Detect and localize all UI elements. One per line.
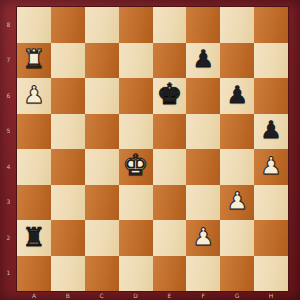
rank-label: 7 <box>0 43 17 79</box>
square-a7[interactable]: ♜ <box>17 43 51 79</box>
square-c1[interactable] <box>85 256 119 292</box>
square-d4[interactable]: ♚ <box>119 149 153 185</box>
square-a6[interactable]: ♟ <box>17 78 51 114</box>
square-b6[interactable] <box>51 78 85 114</box>
chess-board-frame: 87654321 ♜♟♟♚♟♟♚♟♟♜♟ ABCDEFGH <box>0 0 300 300</box>
square-h2[interactable] <box>254 220 288 256</box>
square-b2[interactable] <box>51 220 85 256</box>
square-f7[interactable]: ♟ <box>186 43 220 79</box>
piece-black-pawn[interactable]: ♟ <box>260 118 282 142</box>
square-f4[interactable] <box>186 149 220 185</box>
rank-labels: 87654321 <box>0 7 17 291</box>
square-f2[interactable]: ♟ <box>186 220 220 256</box>
file-label: E <box>153 291 187 300</box>
file-label: A <box>17 291 51 300</box>
square-e6[interactable]: ♚ <box>153 78 187 114</box>
square-h3[interactable] <box>254 185 288 221</box>
square-g5[interactable] <box>220 114 254 150</box>
square-d3[interactable] <box>119 185 153 221</box>
rank-label: 5 <box>0 114 17 150</box>
square-b5[interactable] <box>51 114 85 150</box>
piece-white-pawn[interactable]: ♟ <box>23 83 45 107</box>
square-c5[interactable] <box>85 114 119 150</box>
piece-black-pawn[interactable]: ♟ <box>193 47 215 71</box>
rank-label: 3 <box>0 185 17 221</box>
file-label: B <box>51 291 85 300</box>
square-g8[interactable] <box>220 7 254 43</box>
square-g4[interactable] <box>220 149 254 185</box>
rank-label: 1 <box>0 256 17 292</box>
square-e5[interactable] <box>153 114 187 150</box>
square-f5[interactable] <box>186 114 220 150</box>
square-e1[interactable] <box>153 256 187 292</box>
file-label: D <box>119 291 153 300</box>
square-b1[interactable] <box>51 256 85 292</box>
file-label: C <box>85 291 119 300</box>
file-label: H <box>254 291 288 300</box>
square-d7[interactable] <box>119 43 153 79</box>
square-d6[interactable] <box>119 78 153 114</box>
chess-board: ♜♟♟♚♟♟♚♟♟♜♟ <box>17 7 288 291</box>
square-f8[interactable] <box>186 7 220 43</box>
file-labels: ABCDEFGH <box>17 291 288 300</box>
square-h8[interactable] <box>254 7 288 43</box>
square-a4[interactable] <box>17 149 51 185</box>
square-b3[interactable] <box>51 185 85 221</box>
square-h1[interactable] <box>254 256 288 292</box>
square-g1[interactable] <box>220 256 254 292</box>
piece-black-king[interactable]: ♚ <box>156 80 182 109</box>
square-b4[interactable] <box>51 149 85 185</box>
rank-label: 2 <box>0 220 17 256</box>
piece-white-king[interactable]: ♚ <box>123 151 149 180</box>
square-f6[interactable] <box>186 78 220 114</box>
square-e8[interactable] <box>153 7 187 43</box>
piece-black-rook[interactable]: ♜ <box>22 224 45 250</box>
square-c4[interactable] <box>85 149 119 185</box>
piece-white-pawn[interactable]: ♟ <box>260 154 282 178</box>
square-f1[interactable] <box>186 256 220 292</box>
square-e2[interactable] <box>153 220 187 256</box>
file-label: G <box>220 291 254 300</box>
file-label: F <box>186 291 220 300</box>
square-h6[interactable] <box>254 78 288 114</box>
square-h4[interactable]: ♟ <box>254 149 288 185</box>
square-c3[interactable] <box>85 185 119 221</box>
piece-white-pawn[interactable]: ♟ <box>193 225 215 249</box>
square-g7[interactable] <box>220 43 254 79</box>
square-a2[interactable]: ♜ <box>17 220 51 256</box>
square-h7[interactable] <box>254 43 288 79</box>
square-d2[interactable] <box>119 220 153 256</box>
rank-label: 4 <box>0 149 17 185</box>
piece-white-rook[interactable]: ♜ <box>22 46 45 72</box>
rank-label: 6 <box>0 78 17 114</box>
square-c7[interactable] <box>85 43 119 79</box>
square-a3[interactable] <box>17 185 51 221</box>
square-b8[interactable] <box>51 7 85 43</box>
square-a1[interactable] <box>17 256 51 292</box>
square-d8[interactable] <box>119 7 153 43</box>
square-a5[interactable] <box>17 114 51 150</box>
square-d1[interactable] <box>119 256 153 292</box>
square-b7[interactable] <box>51 43 85 79</box>
square-e3[interactable] <box>153 185 187 221</box>
square-f3[interactable] <box>186 185 220 221</box>
square-h5[interactable]: ♟ <box>254 114 288 150</box>
square-c2[interactable] <box>85 220 119 256</box>
piece-white-pawn[interactable]: ♟ <box>226 189 248 213</box>
piece-black-pawn[interactable]: ♟ <box>226 83 248 107</box>
square-g3[interactable]: ♟ <box>220 185 254 221</box>
square-d5[interactable] <box>119 114 153 150</box>
square-c8[interactable] <box>85 7 119 43</box>
square-g2[interactable] <box>220 220 254 256</box>
square-e7[interactable] <box>153 43 187 79</box>
square-g6[interactable]: ♟ <box>220 78 254 114</box>
square-a8[interactable] <box>17 7 51 43</box>
square-e4[interactable] <box>153 149 187 185</box>
rank-label: 8 <box>0 7 17 43</box>
square-c6[interactable] <box>85 78 119 114</box>
